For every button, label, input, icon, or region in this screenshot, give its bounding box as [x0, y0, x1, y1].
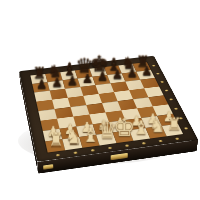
black-pawn[interactable]: ♟	[51, 76, 62, 89]
square-b1[interactable]: ♞	[62, 137, 82, 150]
white-queen[interactable]: ♛	[97, 120, 117, 143]
black-pawn[interactable]: ♟	[82, 72, 93, 84]
brass-stud-icon	[156, 72, 159, 74]
brass-stud-icon	[165, 89, 169, 91]
black-pawn[interactable]: ♟	[127, 67, 138, 79]
black-pawn[interactable]: ♟	[67, 74, 78, 87]
white-knight[interactable]: ♞	[149, 117, 165, 135]
square-f5[interactable]	[114, 90, 133, 101]
brass-stud-icon	[141, 142, 145, 144]
square-f4[interactable]	[118, 99, 137, 110]
white-rook[interactable]: ♜	[48, 132, 64, 150]
brass-stud-icon	[175, 138, 179, 140]
brass-stud-icon	[169, 98, 173, 100]
square-a7[interactable]: ♟	[32, 82, 49, 92]
brass-stud-icon	[158, 140, 162, 142]
board-frame: ♜♞♝♛♚♝♞♜♟♟♟♟♟♟♟♟♟♟♟♟♟♟♟♟♜♞♝♛♚♝♞♜	[19, 56, 198, 162]
brass-stud-icon	[55, 154, 59, 157]
brass-stud-icon	[73, 152, 77, 155]
square-c1[interactable]: ♝	[79, 135, 99, 148]
brass-stud-icon	[160, 81, 164, 83]
brass-stud-icon	[107, 147, 111, 150]
chess-set: ♜♞♝♛♚♝♞♜♟♟♟♟♟♟♟♟♟♟♟♟♟♟♟♟♜♞♝♛♚♝♞♜	[19, 56, 198, 162]
brass-stud-icon	[184, 127, 188, 129]
brass-stud-icon	[90, 149, 94, 152]
white-bishop[interactable]: ♝	[82, 125, 100, 145]
black-pawn[interactable]: ♟	[112, 69, 123, 81]
black-pawn[interactable]: ♟	[97, 70, 108, 82]
white-knight[interactable]: ♞	[65, 128, 82, 147]
product-photo: ♜♞♝♛♚♝♞♜♟♟♟♟♟♟♟♟♟♟♟♟♟♟♟♟♜♞♝♛♚♝♞♜	[0, 0, 200, 200]
brass-stud-icon	[125, 144, 129, 146]
white-rook[interactable]: ♜	[166, 116, 181, 133]
brass-latch	[111, 153, 128, 160]
black-pawn[interactable]: ♟	[141, 65, 152, 77]
brass-hinge	[43, 164, 53, 170]
square-a1[interactable]: ♜	[45, 139, 65, 152]
black-pawn[interactable]: ♟	[36, 77, 47, 90]
